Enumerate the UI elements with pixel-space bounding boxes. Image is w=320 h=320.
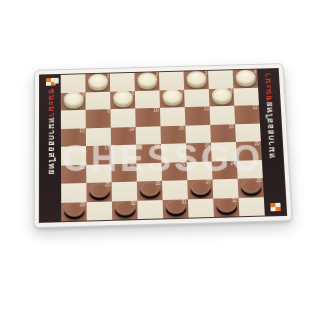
square[interactable]: 4 — [233, 70, 258, 88]
square-number: 12 — [253, 105, 258, 110]
white-piece[interactable] — [63, 92, 83, 107]
square[interactable] — [212, 179, 238, 198]
square[interactable] — [235, 123, 261, 142]
square[interactable] — [211, 142, 237, 161]
square[interactable] — [209, 106, 235, 125]
square-number: 6 — [131, 91, 134, 96]
square[interactable]: 7 — [159, 89, 184, 108]
square[interactable] — [61, 74, 86, 92]
square[interactable] — [233, 87, 259, 106]
brand-logo-icon — [270, 203, 281, 211]
square[interactable]: 31 — [163, 199, 189, 219]
square-number: 31 — [182, 199, 187, 204]
square-number: 20 — [255, 141, 260, 146]
square-number: 10 — [154, 108, 159, 113]
square-number: 16 — [229, 124, 234, 129]
product-photo: ชนะมาหมากฮอสไทย 123456789101112131415161… — [0, 0, 320, 320]
square[interactable] — [185, 124, 211, 143]
square[interactable]: 32 — [213, 197, 239, 217]
left-strip-text-white: หมากฮอสไทย — [46, 117, 55, 175]
right-strip-text-white: หมากฮอสไทย — [264, 101, 276, 159]
white-piece[interactable] — [137, 72, 157, 87]
square[interactable] — [136, 162, 162, 181]
square-number: 5 — [82, 92, 85, 97]
square[interactable] — [136, 126, 161, 145]
white-piece[interactable] — [162, 89, 182, 104]
square[interactable]: 16 — [210, 124, 236, 143]
square[interactable] — [85, 91, 110, 110]
square-number: 1 — [106, 74, 109, 79]
square[interactable] — [239, 197, 265, 217]
square[interactable] — [61, 110, 86, 129]
white-piece[interactable] — [211, 88, 231, 103]
square[interactable]: 30 — [112, 200, 138, 220]
square[interactable]: 11 — [185, 106, 210, 125]
left-strip-text: ชนะมาหมากฮอสไทย — [46, 88, 54, 175]
square[interactable] — [159, 72, 184, 90]
square[interactable] — [161, 143, 187, 162]
square-number: 30 — [131, 200, 136, 205]
board-grid: 1234567891011121314151617181920212223242… — [61, 70, 265, 222]
square[interactable] — [184, 89, 209, 108]
square-number: 23 — [180, 162, 185, 167]
square-number: 8 — [230, 88, 233, 93]
square[interactable]: 21 — [61, 164, 86, 183]
square[interactable] — [135, 90, 160, 109]
square-number: 19 — [205, 143, 210, 148]
right-strip-text-red: ชนะมา — [263, 72, 273, 101]
checkers-board: ชนะมาหมากฮอสไทย 123456789101112131415161… — [34, 63, 293, 228]
square-number: 15 — [179, 125, 184, 130]
square-number: 22 — [130, 163, 135, 168]
square-number: 11 — [204, 106, 209, 111]
board-face: ชนะมาหมากฮอสไทย 123456789101112131415161… — [39, 68, 287, 223]
square[interactable]: 10 — [135, 108, 160, 127]
square-number: 4 — [254, 70, 257, 75]
white-piece[interactable] — [186, 71, 206, 86]
square-number: 27 — [206, 179, 211, 184]
square-number: 18 — [155, 144, 160, 149]
square[interactable]: 14 — [111, 126, 136, 145]
left-frame-strip: ชนะมาหมากฮอสไทย — [40, 75, 61, 222]
square[interactable] — [188, 198, 214, 218]
square[interactable] — [61, 183, 86, 202]
square[interactable]: 12 — [234, 105, 260, 124]
square[interactable]: 29 — [61, 202, 87, 222]
square[interactable]: 19 — [186, 143, 212, 162]
square[interactable]: 22 — [111, 163, 137, 182]
square[interactable] — [160, 107, 185, 126]
square[interactable]: 2 — [134, 72, 159, 90]
square[interactable]: 17 — [86, 145, 111, 164]
square[interactable] — [86, 164, 111, 183]
square-number: 3 — [205, 71, 208, 76]
square[interactable] — [111, 145, 136, 164]
square-number: 26 — [156, 181, 161, 186]
square[interactable]: 3 — [184, 71, 209, 89]
square-number: 2 — [155, 72, 158, 77]
square-number: 21 — [80, 164, 85, 169]
square[interactable] — [61, 146, 86, 165]
square[interactable]: 5 — [61, 92, 86, 111]
square[interactable] — [137, 200, 163, 220]
board-perspective-wrap: ชนะมาหมากฮอสไทย 123456789101112131415161… — [34, 63, 293, 228]
square[interactable] — [86, 127, 111, 146]
white-piece[interactable] — [88, 73, 108, 88]
square[interactable]: 24 — [212, 160, 238, 179]
square[interactable] — [187, 161, 213, 180]
square[interactable]: 15 — [160, 125, 186, 144]
left-strip-text-red: ชนะมา — [46, 88, 55, 117]
white-piece[interactable] — [235, 69, 255, 84]
square[interactable] — [87, 201, 113, 221]
square[interactable]: 9 — [86, 109, 111, 128]
square[interactable]: 20 — [236, 141, 262, 160]
square[interactable]: 26 — [137, 181, 163, 200]
white-piece[interactable] — [113, 90, 133, 105]
square[interactable]: 13 — [61, 128, 86, 147]
square[interactable] — [208, 70, 233, 88]
square-number: 25 — [105, 182, 110, 187]
square[interactable]: 1 — [85, 74, 110, 92]
square[interactable] — [162, 180, 188, 199]
right-strip-text: หมากฮอสไทยชนะมา — [264, 72, 277, 158]
square[interactable] — [237, 160, 263, 179]
square[interactable]: 18 — [136, 144, 162, 163]
square-number: 17 — [105, 145, 110, 150]
mini-label-tag — [54, 78, 59, 84]
square[interactable]: 8 — [209, 88, 234, 107]
square[interactable]: 23 — [162, 162, 188, 181]
square-number: 29 — [80, 202, 85, 207]
square-number: 7 — [181, 89, 184, 94]
square[interactable]: 6 — [110, 91, 135, 110]
square[interactable] — [112, 182, 138, 201]
square[interactable]: 25 — [86, 182, 112, 201]
square[interactable] — [110, 73, 135, 91]
square-number: 9 — [107, 109, 110, 114]
square[interactable]: 28 — [238, 178, 264, 197]
square[interactable] — [110, 108, 135, 127]
square-number: 32 — [232, 197, 237, 202]
square-number: 13 — [80, 128, 85, 133]
square[interactable]: 27 — [187, 179, 213, 198]
square-number: 28 — [257, 178, 263, 183]
square-number: 14 — [129, 127, 134, 132]
square-number: 24 — [231, 160, 236, 165]
